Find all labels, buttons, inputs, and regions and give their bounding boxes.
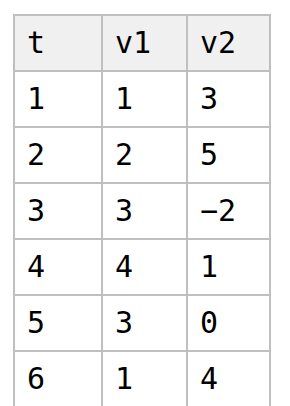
column-header-t: t — [14, 15, 102, 71]
table-cell: 2 — [14, 127, 102, 183]
table-row: 1 1 3 — [14, 71, 270, 127]
column-header-v1: v1 — [102, 15, 187, 71]
table-row: 2 2 5 — [14, 127, 270, 183]
table-cell: 5 — [14, 295, 102, 351]
table-cell: 3 — [102, 183, 187, 239]
column-header-v2: v2 — [187, 15, 270, 71]
table-cell: 4 — [14, 239, 102, 295]
header-row: t v1 v2 — [14, 15, 270, 71]
table-cell: 1 — [14, 71, 102, 127]
table-cell: 6 — [14, 351, 102, 406]
table-cell: 4 — [187, 351, 270, 406]
table-row: 3 3 −2 — [14, 183, 270, 239]
table-cell: 3 — [14, 183, 102, 239]
table-cell: 1 — [187, 239, 270, 295]
table-cell: 1 — [102, 71, 187, 127]
data-table: t v1 v2 1 1 3 2 2 5 3 3 −2 4 4 — [13, 14, 271, 406]
table-cell: 5 — [187, 127, 270, 183]
table-row: 5 3 0 — [14, 295, 270, 351]
table-cell: −2 — [187, 183, 270, 239]
table-cell: 4 — [102, 239, 187, 295]
table-row: 4 4 1 — [14, 239, 270, 295]
table-row: 6 1 4 — [14, 351, 270, 406]
table-cell: 0 — [187, 295, 270, 351]
table-cell: 2 — [102, 127, 187, 183]
page: t v1 v2 1 1 3 2 2 5 3 3 −2 4 4 — [0, 0, 290, 406]
table-cell: 3 — [187, 71, 270, 127]
table-cell: 3 — [102, 295, 187, 351]
table-cell: 1 — [102, 351, 187, 406]
